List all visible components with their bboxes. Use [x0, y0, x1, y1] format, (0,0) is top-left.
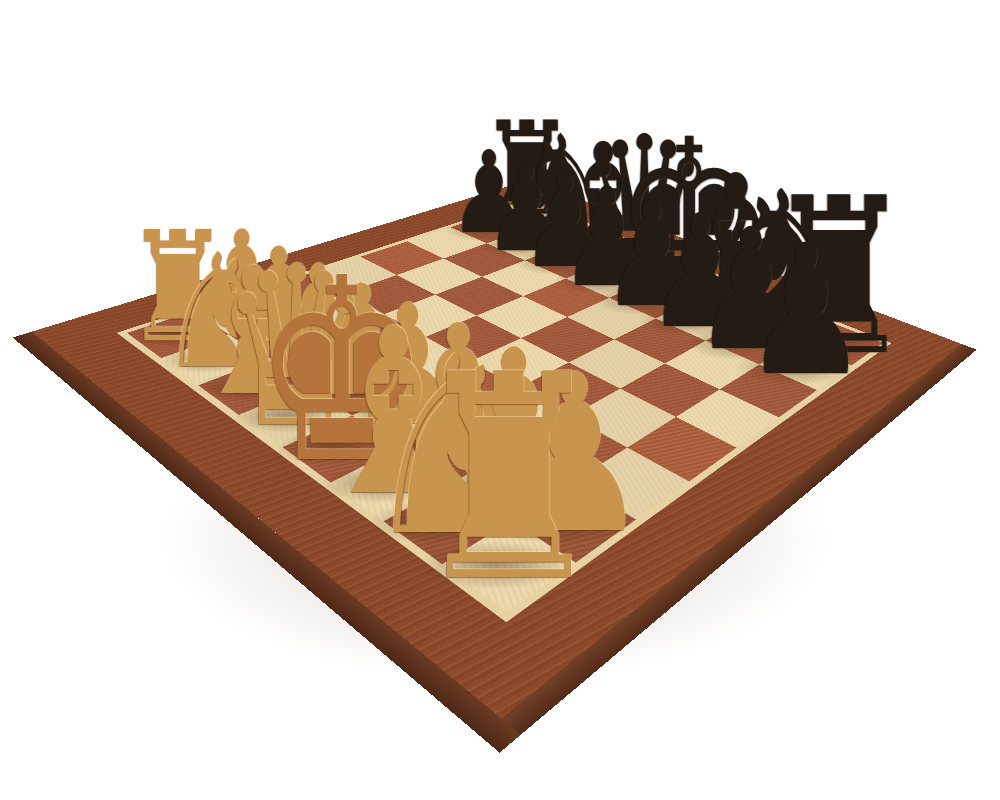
chess-set-photo: ♜♟♞♟♝♟♛♟♚♟♝♟♟♞♜♟♟♜♞♟♟♝♟♛♟♚♟♟♝♟♞♜ Overhea… — [0, 0, 1000, 800]
